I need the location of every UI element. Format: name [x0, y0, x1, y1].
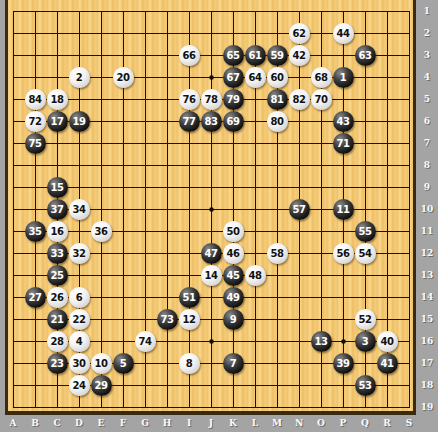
- intersection-C14[interactable]: 26: [46, 286, 68, 308]
- intersection-C15[interactable]: 21: [46, 308, 68, 330]
- intersection-H12[interactable]: [156, 242, 178, 264]
- intersection-E16[interactable]: [90, 330, 112, 352]
- intersection-G17[interactable]: [134, 352, 156, 374]
- intersection-G12[interactable]: [134, 242, 156, 264]
- intersection-A3[interactable]: [2, 44, 24, 66]
- intersection-L5[interactable]: [244, 88, 266, 110]
- intersection-C1[interactable]: [46, 0, 68, 22]
- intersection-R15[interactable]: [376, 308, 398, 330]
- intersection-K15[interactable]: 9: [222, 308, 244, 330]
- intersection-O13[interactable]: [310, 264, 332, 286]
- intersection-O3[interactable]: [310, 44, 332, 66]
- intersection-P17[interactable]: 39: [332, 352, 354, 374]
- intersection-K8[interactable]: [222, 154, 244, 176]
- intersection-O4[interactable]: 68: [310, 66, 332, 88]
- intersection-H6[interactable]: [156, 110, 178, 132]
- intersection-Q15[interactable]: 52: [354, 308, 376, 330]
- intersection-G8[interactable]: [134, 154, 156, 176]
- intersection-I2[interactable]: [178, 22, 200, 44]
- intersection-K14[interactable]: 49: [222, 286, 244, 308]
- intersection-C9[interactable]: 15: [46, 176, 68, 198]
- intersection-D6[interactable]: 19: [68, 110, 90, 132]
- intersection-N1[interactable]: [288, 0, 310, 22]
- intersection-A17[interactable]: [2, 352, 24, 374]
- intersection-R3[interactable]: [376, 44, 398, 66]
- intersection-E2[interactable]: [90, 22, 112, 44]
- intersection-J10[interactable]: [200, 198, 222, 220]
- intersection-D14[interactable]: 6: [68, 286, 90, 308]
- intersection-P10[interactable]: 11: [332, 198, 354, 220]
- intersection-C7[interactable]: [46, 132, 68, 154]
- intersection-J12[interactable]: 47: [200, 242, 222, 264]
- intersection-Q4[interactable]: [354, 66, 376, 88]
- intersection-E14[interactable]: [90, 286, 112, 308]
- intersection-M11[interactable]: [266, 220, 288, 242]
- intersection-G11[interactable]: [134, 220, 156, 242]
- intersection-J14[interactable]: [200, 286, 222, 308]
- intersection-N16[interactable]: [288, 330, 310, 352]
- intersection-F16[interactable]: [112, 330, 134, 352]
- intersection-O6[interactable]: [310, 110, 332, 132]
- intersection-N18[interactable]: [288, 374, 310, 396]
- intersection-M17[interactable]: [266, 352, 288, 374]
- intersection-L10[interactable]: [244, 198, 266, 220]
- intersection-Q2[interactable]: [354, 22, 376, 44]
- intersection-I15[interactable]: 12: [178, 308, 200, 330]
- intersection-C12[interactable]: 33: [46, 242, 68, 264]
- intersection-K10[interactable]: [222, 198, 244, 220]
- intersection-L16[interactable]: [244, 330, 266, 352]
- intersection-F7[interactable]: [112, 132, 134, 154]
- intersection-B1[interactable]: [24, 0, 46, 22]
- intersection-J6[interactable]: 83: [200, 110, 222, 132]
- intersection-D10[interactable]: 34: [68, 198, 90, 220]
- intersection-E10[interactable]: [90, 198, 112, 220]
- intersection-Q16[interactable]: 3: [354, 330, 376, 352]
- intersection-F1[interactable]: [112, 0, 134, 22]
- intersection-R8[interactable]: [376, 154, 398, 176]
- intersection-B3[interactable]: [24, 44, 46, 66]
- intersection-H10[interactable]: [156, 198, 178, 220]
- intersection-F10[interactable]: [112, 198, 134, 220]
- intersection-M4[interactable]: 60: [266, 66, 288, 88]
- intersection-A16[interactable]: [2, 330, 24, 352]
- intersection-M3[interactable]: 59: [266, 44, 288, 66]
- intersection-G7[interactable]: [134, 132, 156, 154]
- intersection-F15[interactable]: [112, 308, 134, 330]
- intersection-H5[interactable]: [156, 88, 178, 110]
- intersection-R2[interactable]: [376, 22, 398, 44]
- intersection-G2[interactable]: [134, 22, 156, 44]
- intersection-D5[interactable]: [68, 88, 90, 110]
- intersection-F4[interactable]: 20: [112, 66, 134, 88]
- intersection-G18[interactable]: [134, 374, 156, 396]
- intersection-H14[interactable]: [156, 286, 178, 308]
- intersection-K2[interactable]: [222, 22, 244, 44]
- intersection-C3[interactable]: [46, 44, 68, 66]
- intersection-O1[interactable]: [310, 0, 332, 22]
- intersection-J3[interactable]: [200, 44, 222, 66]
- intersection-M5[interactable]: 81: [266, 88, 288, 110]
- intersection-N3[interactable]: 42: [288, 44, 310, 66]
- intersection-L4[interactable]: 64: [244, 66, 266, 88]
- intersection-R13[interactable]: [376, 264, 398, 286]
- intersection-B14[interactable]: 27: [24, 286, 46, 308]
- intersection-O7[interactable]: [310, 132, 332, 154]
- intersection-H17[interactable]: [156, 352, 178, 374]
- intersection-D12[interactable]: 32: [68, 242, 90, 264]
- intersection-A11[interactable]: [2, 220, 24, 242]
- intersection-A12[interactable]: [2, 242, 24, 264]
- intersection-R1[interactable]: [376, 0, 398, 22]
- intersection-R10[interactable]: [376, 198, 398, 220]
- intersection-B5[interactable]: 84: [24, 88, 46, 110]
- intersection-E17[interactable]: 10: [90, 352, 112, 374]
- intersection-N14[interactable]: [288, 286, 310, 308]
- intersection-B4[interactable]: [24, 66, 46, 88]
- intersection-D17[interactable]: 30: [68, 352, 90, 374]
- intersection-E6[interactable]: [90, 110, 112, 132]
- intersection-N8[interactable]: [288, 154, 310, 176]
- intersection-P14[interactable]: [332, 286, 354, 308]
- intersection-E5[interactable]: [90, 88, 112, 110]
- intersection-H18[interactable]: [156, 374, 178, 396]
- intersection-C13[interactable]: 25: [46, 264, 68, 286]
- intersection-L8[interactable]: [244, 154, 266, 176]
- intersection-H8[interactable]: [156, 154, 178, 176]
- intersection-K17[interactable]: 7: [222, 352, 244, 374]
- intersection-K11[interactable]: 50: [222, 220, 244, 242]
- intersection-C17[interactable]: 23: [46, 352, 68, 374]
- intersection-M16[interactable]: [266, 330, 288, 352]
- intersection-J2[interactable]: [200, 22, 222, 44]
- intersection-R17[interactable]: 41: [376, 352, 398, 374]
- intersection-P3[interactable]: [332, 44, 354, 66]
- intersection-E1[interactable]: [90, 0, 112, 22]
- intersection-L11[interactable]: [244, 220, 266, 242]
- intersection-R16[interactable]: 40: [376, 330, 398, 352]
- intersection-A2[interactable]: [2, 22, 24, 44]
- intersection-P1[interactable]: [332, 0, 354, 22]
- intersection-J17[interactable]: [200, 352, 222, 374]
- intersection-J9[interactable]: [200, 176, 222, 198]
- intersection-O12[interactable]: [310, 242, 332, 264]
- intersection-I1[interactable]: [178, 0, 200, 22]
- intersection-K3[interactable]: 65: [222, 44, 244, 66]
- intersection-P6[interactable]: 43: [332, 110, 354, 132]
- intersection-E18[interactable]: 29: [90, 374, 112, 396]
- intersection-L3[interactable]: 61: [244, 44, 266, 66]
- intersection-C16[interactable]: 28: [46, 330, 68, 352]
- intersection-M12[interactable]: 58: [266, 242, 288, 264]
- intersection-C2[interactable]: [46, 22, 68, 44]
- intersection-A1[interactable]: [2, 0, 24, 22]
- intersection-E3[interactable]: [90, 44, 112, 66]
- intersection-I18[interactable]: [178, 374, 200, 396]
- intersection-A7[interactable]: [2, 132, 24, 154]
- intersection-I9[interactable]: [178, 176, 200, 198]
- intersection-N11[interactable]: [288, 220, 310, 242]
- intersection-M2[interactable]: [266, 22, 288, 44]
- intersection-F18[interactable]: [112, 374, 134, 396]
- intersection-J15[interactable]: [200, 308, 222, 330]
- intersection-O5[interactable]: 70: [310, 88, 332, 110]
- intersection-R18[interactable]: [376, 374, 398, 396]
- intersection-K1[interactable]: [222, 0, 244, 22]
- intersection-D11[interactable]: [68, 220, 90, 242]
- intersection-J5[interactable]: 78: [200, 88, 222, 110]
- intersection-R6[interactable]: [376, 110, 398, 132]
- intersection-G1[interactable]: [134, 0, 156, 22]
- intersection-A14[interactable]: [2, 286, 24, 308]
- intersection-P2[interactable]: 44: [332, 22, 354, 44]
- intersection-G15[interactable]: [134, 308, 156, 330]
- intersection-C6[interactable]: 17: [46, 110, 68, 132]
- intersection-L15[interactable]: [244, 308, 266, 330]
- intersection-B6[interactable]: 72: [24, 110, 46, 132]
- intersection-D18[interactable]: 24: [68, 374, 90, 396]
- intersection-N10[interactable]: 57: [288, 198, 310, 220]
- intersection-B12[interactable]: [24, 242, 46, 264]
- intersection-E15[interactable]: [90, 308, 112, 330]
- intersection-I17[interactable]: 8: [178, 352, 200, 374]
- intersection-G3[interactable]: [134, 44, 156, 66]
- intersection-D9[interactable]: [68, 176, 90, 198]
- intersection-B17[interactable]: [24, 352, 46, 374]
- intersection-G5[interactable]: [134, 88, 156, 110]
- intersection-F13[interactable]: [112, 264, 134, 286]
- intersection-G9[interactable]: [134, 176, 156, 198]
- intersection-H16[interactable]: [156, 330, 178, 352]
- intersection-O16[interactable]: 13: [310, 330, 332, 352]
- intersection-J4[interactable]: [200, 66, 222, 88]
- intersection-E7[interactable]: [90, 132, 112, 154]
- intersection-K6[interactable]: 69: [222, 110, 244, 132]
- intersection-R14[interactable]: [376, 286, 398, 308]
- intersection-N7[interactable]: [288, 132, 310, 154]
- intersection-K18[interactable]: [222, 374, 244, 396]
- intersection-D1[interactable]: [68, 0, 90, 22]
- intersection-F11[interactable]: [112, 220, 134, 242]
- intersection-C4[interactable]: [46, 66, 68, 88]
- intersection-M7[interactable]: [266, 132, 288, 154]
- intersection-M15[interactable]: [266, 308, 288, 330]
- intersection-J13[interactable]: 14: [200, 264, 222, 286]
- intersection-K13[interactable]: 45: [222, 264, 244, 286]
- intersection-G6[interactable]: [134, 110, 156, 132]
- intersection-P9[interactable]: [332, 176, 354, 198]
- intersection-P16[interactable]: [332, 330, 354, 352]
- intersection-D13[interactable]: [68, 264, 90, 286]
- intersection-H3[interactable]: [156, 44, 178, 66]
- intersection-K5[interactable]: 79: [222, 88, 244, 110]
- intersection-Q13[interactable]: [354, 264, 376, 286]
- intersection-G13[interactable]: [134, 264, 156, 286]
- intersection-A18[interactable]: [2, 374, 24, 396]
- intersection-B11[interactable]: 35: [24, 220, 46, 242]
- intersection-E9[interactable]: [90, 176, 112, 198]
- intersection-F2[interactable]: [112, 22, 134, 44]
- intersection-J1[interactable]: [200, 0, 222, 22]
- intersection-B13[interactable]: [24, 264, 46, 286]
- intersection-L14[interactable]: [244, 286, 266, 308]
- intersection-I12[interactable]: [178, 242, 200, 264]
- intersection-P18[interactable]: [332, 374, 354, 396]
- intersection-R5[interactable]: [376, 88, 398, 110]
- intersection-D4[interactable]: 2: [68, 66, 90, 88]
- intersection-A13[interactable]: [2, 264, 24, 286]
- intersection-B2[interactable]: [24, 22, 46, 44]
- intersection-O8[interactable]: [310, 154, 332, 176]
- intersection-H4[interactable]: [156, 66, 178, 88]
- intersection-Q17[interactable]: [354, 352, 376, 374]
- intersection-M9[interactable]: [266, 176, 288, 198]
- intersection-O2[interactable]: [310, 22, 332, 44]
- intersection-F8[interactable]: [112, 154, 134, 176]
- intersection-R12[interactable]: [376, 242, 398, 264]
- intersection-K12[interactable]: 46: [222, 242, 244, 264]
- intersection-I7[interactable]: [178, 132, 200, 154]
- intersection-I8[interactable]: [178, 154, 200, 176]
- intersection-G16[interactable]: 74: [134, 330, 156, 352]
- intersection-O11[interactable]: [310, 220, 332, 242]
- intersection-P11[interactable]: [332, 220, 354, 242]
- intersection-P12[interactable]: 56: [332, 242, 354, 264]
- intersection-M6[interactable]: 80: [266, 110, 288, 132]
- intersection-O18[interactable]: [310, 374, 332, 396]
- intersection-Q1[interactable]: [354, 0, 376, 22]
- intersection-G14[interactable]: [134, 286, 156, 308]
- intersection-A8[interactable]: [2, 154, 24, 176]
- intersection-N9[interactable]: [288, 176, 310, 198]
- intersection-H13[interactable]: [156, 264, 178, 286]
- intersection-I10[interactable]: [178, 198, 200, 220]
- intersection-H11[interactable]: [156, 220, 178, 242]
- intersection-P15[interactable]: [332, 308, 354, 330]
- intersection-L2[interactable]: [244, 22, 266, 44]
- intersection-H15[interactable]: 73: [156, 308, 178, 330]
- intersection-A15[interactable]: [2, 308, 24, 330]
- intersection-I4[interactable]: [178, 66, 200, 88]
- intersection-E8[interactable]: [90, 154, 112, 176]
- intersection-I16[interactable]: [178, 330, 200, 352]
- intersection-I5[interactable]: 76: [178, 88, 200, 110]
- intersection-P5[interactable]: [332, 88, 354, 110]
- intersection-J16[interactable]: [200, 330, 222, 352]
- intersection-H9[interactable]: [156, 176, 178, 198]
- intersection-P4[interactable]: 1: [332, 66, 354, 88]
- intersection-C18[interactable]: [46, 374, 68, 396]
- intersection-N6[interactable]: [288, 110, 310, 132]
- intersection-N5[interactable]: 82: [288, 88, 310, 110]
- intersection-F12[interactable]: [112, 242, 134, 264]
- intersection-R4[interactable]: [376, 66, 398, 88]
- intersection-J8[interactable]: [200, 154, 222, 176]
- intersection-B16[interactable]: [24, 330, 46, 352]
- intersection-J11[interactable]: [200, 220, 222, 242]
- intersection-C8[interactable]: [46, 154, 68, 176]
- intersection-N15[interactable]: [288, 308, 310, 330]
- intersection-J18[interactable]: [200, 374, 222, 396]
- intersection-A4[interactable]: [2, 66, 24, 88]
- intersection-D7[interactable]: [68, 132, 90, 154]
- intersection-I3[interactable]: 66: [178, 44, 200, 66]
- intersection-C5[interactable]: 18: [46, 88, 68, 110]
- intersection-N4[interactable]: [288, 66, 310, 88]
- intersection-N13[interactable]: [288, 264, 310, 286]
- intersection-K16[interactable]: [222, 330, 244, 352]
- intersection-L6[interactable]: [244, 110, 266, 132]
- intersection-Q3[interactable]: 63: [354, 44, 376, 66]
- intersection-Q12[interactable]: 54: [354, 242, 376, 264]
- intersection-F9[interactable]: [112, 176, 134, 198]
- intersection-A9[interactable]: [2, 176, 24, 198]
- intersection-N17[interactable]: [288, 352, 310, 374]
- intersection-M18[interactable]: [266, 374, 288, 396]
- intersection-M8[interactable]: [266, 154, 288, 176]
- intersection-B10[interactable]: [24, 198, 46, 220]
- intersection-D3[interactable]: [68, 44, 90, 66]
- intersection-F5[interactable]: [112, 88, 134, 110]
- intersection-B15[interactable]: [24, 308, 46, 330]
- intersection-L1[interactable]: [244, 0, 266, 22]
- intersection-L18[interactable]: [244, 374, 266, 396]
- intersection-O17[interactable]: [310, 352, 332, 374]
- intersection-M10[interactable]: [266, 198, 288, 220]
- intersection-C10[interactable]: 37: [46, 198, 68, 220]
- intersection-R7[interactable]: [376, 132, 398, 154]
- intersection-I6[interactable]: 77: [178, 110, 200, 132]
- intersection-E11[interactable]: 36: [90, 220, 112, 242]
- intersection-O10[interactable]: [310, 198, 332, 220]
- intersection-D15[interactable]: 22: [68, 308, 90, 330]
- intersection-K7[interactable]: [222, 132, 244, 154]
- intersection-E12[interactable]: [90, 242, 112, 264]
- intersection-M14[interactable]: [266, 286, 288, 308]
- intersection-P7[interactable]: 71: [332, 132, 354, 154]
- intersection-Q6[interactable]: [354, 110, 376, 132]
- intersection-B18[interactable]: [24, 374, 46, 396]
- intersection-Q9[interactable]: [354, 176, 376, 198]
- intersection-B8[interactable]: [24, 154, 46, 176]
- intersection-D16[interactable]: 4: [68, 330, 90, 352]
- intersection-M13[interactable]: [266, 264, 288, 286]
- intersection-F14[interactable]: [112, 286, 134, 308]
- intersection-N12[interactable]: [288, 242, 310, 264]
- intersection-B7[interactable]: 75: [24, 132, 46, 154]
- intersection-H1[interactable]: [156, 0, 178, 22]
- intersection-H2[interactable]: [156, 22, 178, 44]
- intersection-I14[interactable]: 51: [178, 286, 200, 308]
- intersection-L13[interactable]: 48: [244, 264, 266, 286]
- intersection-P13[interactable]: [332, 264, 354, 286]
- intersection-A10[interactable]: [2, 198, 24, 220]
- intersection-O9[interactable]: [310, 176, 332, 198]
- intersection-Q11[interactable]: 55: [354, 220, 376, 242]
- intersection-L17[interactable]: [244, 352, 266, 374]
- intersection-J7[interactable]: [200, 132, 222, 154]
- intersection-E4[interactable]: [90, 66, 112, 88]
- intersection-F3[interactable]: [112, 44, 134, 66]
- intersection-K4[interactable]: 67: [222, 66, 244, 88]
- intersection-Q18[interactable]: 53: [354, 374, 376, 396]
- intersection-D2[interactable]: [68, 22, 90, 44]
- intersection-I11[interactable]: [178, 220, 200, 242]
- intersection-Q10[interactable]: [354, 198, 376, 220]
- intersection-A5[interactable]: [2, 88, 24, 110]
- intersection-L7[interactable]: [244, 132, 266, 154]
- intersection-L9[interactable]: [244, 176, 266, 198]
